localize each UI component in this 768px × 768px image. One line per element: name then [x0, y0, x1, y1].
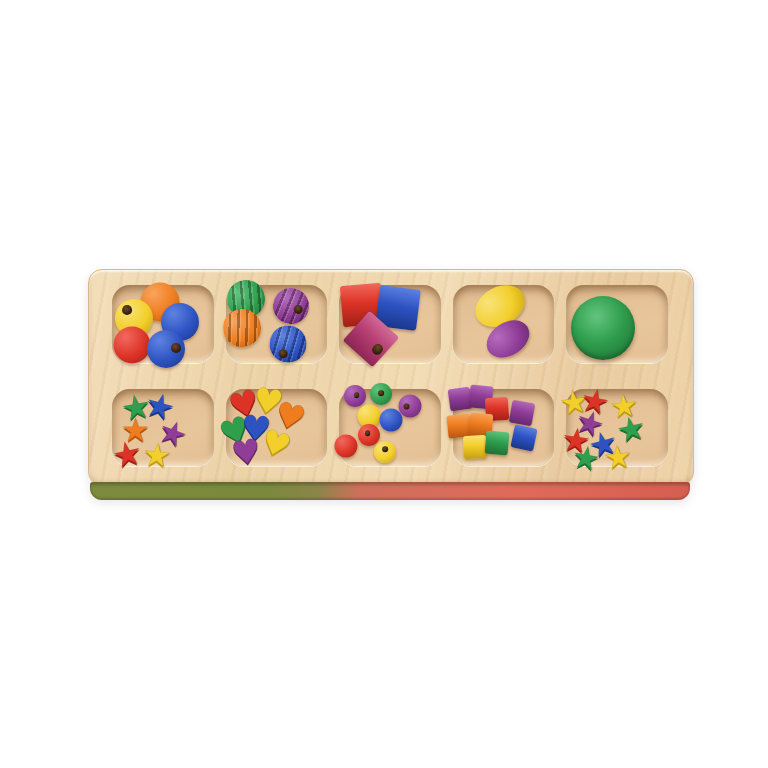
piece-bead-yellow[interactable] [374, 441, 396, 463]
bead-hole [370, 342, 385, 357]
pit-9[interactable] [453, 389, 555, 467]
piece-disc-green[interactable] [571, 296, 635, 360]
piece-star-red[interactable]: ★ [109, 434, 145, 472]
bead-hole [365, 430, 371, 436]
bead-hole [404, 404, 410, 410]
piece-bead-blue[interactable] [147, 330, 185, 368]
piece-bead-red[interactable] [335, 434, 358, 457]
piece-bead-red[interactable] [358, 424, 380, 446]
pit-2[interactable] [226, 285, 328, 363]
pit-7[interactable]: ♥♥♥♥♥♥♥ [226, 389, 328, 467]
product-photo-stage: ★★★★★★♥♥♥♥♥♥♥★★★★★★★★★ [0, 0, 768, 768]
pit-4[interactable] [453, 285, 555, 363]
bead-hole [278, 349, 289, 360]
bead-hole [382, 447, 388, 453]
piece-bead-purple[interactable] [399, 394, 422, 417]
pit-6[interactable]: ★★★★★★ [112, 389, 214, 467]
piece-cube-yellow[interactable] [463, 435, 487, 459]
piece-star-yellow[interactable]: ★ [141, 438, 172, 472]
pit-1[interactable] [112, 285, 214, 363]
pit-10[interactable]: ★★★★★★★★★ [566, 389, 668, 467]
bead-hole [378, 391, 384, 397]
bead-hole [292, 304, 303, 315]
sorting-tray: ★★★★★★♥♥♥♥♥♥♥★★★★★★★★★ [88, 269, 692, 501]
piece-spiral-blue[interactable] [267, 324, 308, 365]
piece-star-green[interactable]: ★ [569, 441, 602, 476]
bead-hole [354, 392, 360, 398]
bead-hole [171, 343, 181, 353]
pit-8[interactable] [339, 389, 441, 467]
piece-cube-green[interactable] [485, 430, 510, 455]
piece-spiral-purple[interactable] [269, 285, 312, 328]
piece-bead-purple[interactable] [344, 385, 366, 407]
piece-bead-green[interactable] [370, 383, 392, 405]
pit-5[interactable] [566, 285, 668, 363]
piece-cube-purple[interactable] [509, 400, 536, 427]
piece-star-yellow[interactable]: ★ [603, 440, 634, 474]
tray-rainbow-edge [90, 482, 690, 500]
piece-bead-red[interactable] [114, 327, 151, 364]
pit-3[interactable] [339, 285, 441, 363]
piece-bead-blue[interactable] [380, 409, 403, 432]
piece-cube-blue[interactable] [510, 424, 537, 451]
bead-hole [122, 305, 132, 315]
pit-grid: ★★★★★★♥♥♥♥♥♥♥★★★★★★★★★ [88, 269, 692, 484]
